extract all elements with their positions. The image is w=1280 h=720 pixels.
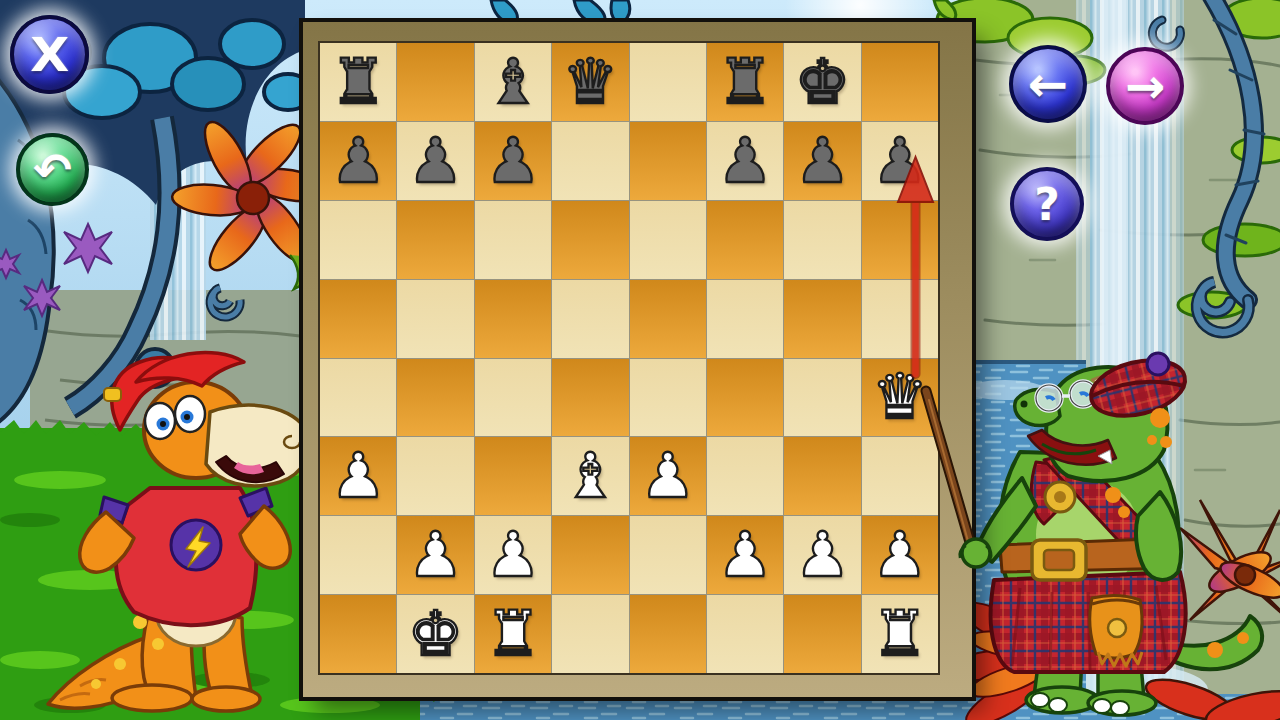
square-h5[interactable] [862,280,938,358]
piece-white-pawn: ♟ [630,437,706,515]
square-g3[interactable] [784,437,860,515]
game-stage: ♜♝♛♜♚♟♟♟♟♟♟♛♟♝♟♟♟♟♟♟♚♜♜ X ↶ ← → ? [0,0,1280,720]
square-h3[interactable] [862,437,938,515]
piece-black-pawn: ♟ [707,122,783,200]
square-g6[interactable] [784,201,860,279]
square-d3[interactable]: ♝ [552,437,628,515]
square-f5[interactable] [707,280,783,358]
piece-white-pawn: ♟ [475,516,551,594]
piece-black-rook: ♜ [320,43,396,121]
square-c2[interactable]: ♟ [475,516,551,594]
square-a5[interactable] [320,280,396,358]
square-a1[interactable] [320,595,396,673]
piece-black-pawn: ♟ [320,122,396,200]
piece-white-pawn: ♟ [707,516,783,594]
square-e5[interactable] [630,280,706,358]
square-a3[interactable]: ♟ [320,437,396,515]
square-d5[interactable] [552,280,628,358]
square-h7[interactable]: ♟ [862,122,938,200]
square-f3[interactable] [707,437,783,515]
piece-black-bishop: ♝ [475,43,551,121]
square-e2[interactable] [630,516,706,594]
square-d4[interactable] [552,359,628,437]
piece-black-pawn: ♟ [862,122,938,200]
right-arrow-icon: → [1106,47,1184,125]
piece-white-bishop: ♝ [552,437,628,515]
question-mark-icon: ? [1010,167,1084,241]
square-e8[interactable] [630,43,706,121]
square-h2[interactable]: ♟ [862,516,938,594]
square-d1[interactable] [552,595,628,673]
square-c3[interactable] [475,437,551,515]
square-f8[interactable]: ♜ [707,43,783,121]
square-a4[interactable] [320,359,396,437]
square-b3[interactable] [397,437,473,515]
square-b5[interactable] [397,280,473,358]
piece-white-rook: ♜ [475,595,551,673]
help-glyph: ? [1034,179,1060,230]
square-f6[interactable] [707,201,783,279]
square-e7[interactable] [630,122,706,200]
piece-black-pawn: ♟ [397,122,473,200]
square-h4[interactable]: ♛ [862,359,938,437]
piece-black-queen: ♛ [552,43,628,121]
square-b7[interactable]: ♟ [397,122,473,200]
square-f1[interactable] [707,595,783,673]
square-a6[interactable] [320,201,396,279]
square-b4[interactable] [397,359,473,437]
square-d2[interactable] [552,516,628,594]
piece-white-king: ♚ [397,595,473,673]
piece-white-queen: ♛ [862,359,938,437]
piece-black-pawn: ♟ [475,122,551,200]
square-d6[interactable] [552,201,628,279]
piece-black-pawn: ♟ [784,122,860,200]
square-c7[interactable]: ♟ [475,122,551,200]
square-d7[interactable] [552,122,628,200]
undo-arrow-icon: ↶ [16,133,89,206]
square-e3[interactable]: ♟ [630,437,706,515]
close-glyph: X [30,28,69,82]
piece-white-pawn: ♟ [320,437,396,515]
forward-button[interactable]: → [1106,47,1184,125]
board-grid: ♜♝♛♜♚♟♟♟♟♟♟♛♟♝♟♟♟♟♟♟♚♜♜ [320,43,938,673]
square-a7[interactable]: ♟ [320,122,396,200]
square-e1[interactable] [630,595,706,673]
chess-board-frame: ♜♝♛♜♚♟♟♟♟♟♟♛♟♝♟♟♟♟♟♟♚♜♜ [303,22,972,697]
piece-black-king: ♚ [784,43,860,121]
square-g1[interactable] [784,595,860,673]
square-e4[interactable] [630,359,706,437]
square-b6[interactable] [397,201,473,279]
left-arrow-icon: ← [1009,45,1087,123]
square-h1[interactable]: ♜ [862,595,938,673]
square-c8[interactable]: ♝ [475,43,551,121]
square-f2[interactable]: ♟ [707,516,783,594]
undo-button[interactable]: ↶ [16,133,89,206]
help-button[interactable]: ? [1010,167,1084,241]
square-f7[interactable]: ♟ [707,122,783,200]
square-d8[interactable]: ♛ [552,43,628,121]
close-x-icon: X [10,15,89,94]
square-c1[interactable]: ♜ [475,595,551,673]
square-b2[interactable]: ♟ [397,516,473,594]
back-glyph: ← [1028,56,1068,112]
square-g2[interactable]: ♟ [784,516,860,594]
square-e6[interactable] [630,201,706,279]
square-h6[interactable] [862,201,938,279]
square-f4[interactable] [707,359,783,437]
square-c6[interactable] [475,201,551,279]
square-c5[interactable] [475,280,551,358]
square-b8[interactable] [397,43,473,121]
square-c4[interactable] [475,359,551,437]
piece-white-pawn: ♟ [862,516,938,594]
piece-white-pawn: ♟ [397,516,473,594]
square-g7[interactable]: ♟ [784,122,860,200]
forward-glyph: → [1125,58,1165,114]
back-button[interactable]: ← [1009,45,1087,123]
piece-white-pawn: ♟ [784,516,860,594]
square-g5[interactable] [784,280,860,358]
close-button[interactable]: X [10,15,89,94]
piece-black-rook: ♜ [707,43,783,121]
square-a8[interactable]: ♜ [320,43,396,121]
square-h8[interactable] [862,43,938,121]
piece-white-rook: ♜ [862,595,938,673]
undo-glyph: ↶ [33,143,72,197]
square-g4[interactable] [784,359,860,437]
square-g8[interactable]: ♚ [784,43,860,121]
square-b1[interactable]: ♚ [397,595,473,673]
square-a2[interactable] [320,516,396,594]
